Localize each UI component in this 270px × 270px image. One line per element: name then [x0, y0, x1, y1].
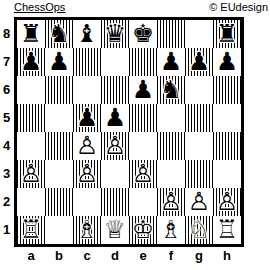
- square-d2[interactable]: [101, 188, 129, 216]
- square-d6[interactable]: [101, 76, 129, 104]
- square-h8[interactable]: ♜: [213, 20, 241, 48]
- square-g1[interactable]: ♘: [185, 216, 213, 244]
- rank-label-5: 5: [0, 104, 13, 132]
- rank-label-3: 3: [0, 160, 13, 188]
- file-label-a: a: [17, 248, 45, 264]
- square-e6[interactable]: ♟: [129, 76, 157, 104]
- rank-label-8: 8: [0, 20, 13, 48]
- piece-white-bishop: ♗: [76, 216, 98, 244]
- piece-black-queen: ♛: [104, 20, 126, 48]
- square-c6[interactable]: [73, 76, 101, 104]
- rank-label-6: 6: [0, 76, 13, 104]
- piece-black-pawn: ♟: [76, 104, 98, 132]
- piece-black-rook: ♜: [20, 20, 42, 48]
- square-c5[interactable]: ♟: [73, 104, 101, 132]
- piece-white-queen: ♕: [104, 216, 126, 244]
- square-h6[interactable]: [213, 76, 241, 104]
- piece-white-bishop: ♗: [160, 216, 182, 244]
- file-label-e: e: [129, 248, 157, 264]
- square-f7[interactable]: ♟: [157, 48, 185, 76]
- piece-black-pawn: ♟: [188, 48, 210, 76]
- piece-black-pawn: ♟: [132, 76, 154, 104]
- piece-black-king: ♚: [132, 20, 154, 48]
- piece-white-king: ♔: [132, 216, 154, 244]
- square-g8[interactable]: [185, 20, 213, 48]
- square-h7[interactable]: ♟: [213, 48, 241, 76]
- piece-black-knight: ♞: [48, 20, 70, 48]
- piece-black-pawn: ♟: [104, 104, 126, 132]
- square-c1[interactable]: ♗: [73, 216, 101, 244]
- square-b6[interactable]: [45, 76, 73, 104]
- piece-black-knight: ♞: [160, 76, 182, 104]
- square-h2[interactable]: ♙: [213, 188, 241, 216]
- piece-black-pawn: ♟: [20, 48, 42, 76]
- square-d5[interactable]: ♟: [101, 104, 129, 132]
- square-e8[interactable]: ♚: [129, 20, 157, 48]
- square-g5[interactable]: [185, 104, 213, 132]
- file-label-f: f: [157, 248, 185, 264]
- piece-white-pawn: ♙: [104, 132, 126, 160]
- square-a8[interactable]: ♜: [17, 20, 45, 48]
- square-a3[interactable]: ♙: [17, 160, 45, 188]
- piece-white-pawn: ♙: [76, 132, 98, 160]
- piece-black-rook: ♜: [216, 20, 238, 48]
- square-f3[interactable]: [157, 160, 185, 188]
- chess-board: ♜♞♝♛♚♜♟♟♟♟♟♟♞♟♟♙♙♙♙♙♙♙♙♖♗♕♔♗♘♖: [14, 17, 244, 247]
- rank-label-2: 2: [0, 188, 13, 216]
- copyright-text: © EUdesign: [209, 1, 268, 13]
- square-g7[interactable]: ♟: [185, 48, 213, 76]
- square-g3[interactable]: [185, 160, 213, 188]
- rank-label-7: 7: [0, 48, 13, 76]
- piece-white-knight: ♘: [188, 216, 210, 244]
- square-d4[interactable]: ♙: [101, 132, 129, 160]
- square-a6[interactable]: [17, 76, 45, 104]
- square-g4[interactable]: [185, 132, 213, 160]
- square-b8[interactable]: ♞: [45, 20, 73, 48]
- square-b2[interactable]: [45, 188, 73, 216]
- square-d8[interactable]: ♛: [101, 20, 129, 48]
- square-e1[interactable]: ♔: [129, 216, 157, 244]
- square-a1[interactable]: ♖: [17, 216, 45, 244]
- square-d7[interactable]: [101, 48, 129, 76]
- square-h4[interactable]: [213, 132, 241, 160]
- square-h3[interactable]: [213, 160, 241, 188]
- piece-white-rook: ♖: [216, 216, 238, 244]
- rank-label-1: 1: [0, 216, 13, 244]
- piece-white-pawn: ♙: [76, 160, 98, 188]
- file-label-h: h: [213, 248, 241, 264]
- file-label-c: c: [73, 248, 101, 264]
- piece-white-pawn: ♙: [188, 188, 210, 216]
- piece-black-pawn: ♟: [160, 48, 182, 76]
- square-e4[interactable]: [129, 132, 157, 160]
- file-label-g: g: [185, 248, 213, 264]
- square-f2[interactable]: ♙: [157, 188, 185, 216]
- app-title: ChessOps: [14, 1, 65, 13]
- square-e2[interactable]: [129, 188, 157, 216]
- square-h5[interactable]: [213, 104, 241, 132]
- square-c4[interactable]: ♙: [73, 132, 101, 160]
- square-c8[interactable]: ♝: [73, 20, 101, 48]
- piece-white-pawn: ♙: [216, 188, 238, 216]
- square-b7[interactable]: ♟: [45, 48, 73, 76]
- square-a7[interactable]: ♟: [17, 48, 45, 76]
- square-d1[interactable]: ♕: [101, 216, 129, 244]
- square-b1[interactable]: [45, 216, 73, 244]
- square-f8[interactable]: [157, 20, 185, 48]
- piece-black-pawn: ♟: [48, 48, 70, 76]
- file-label-b: b: [45, 248, 73, 264]
- square-f1[interactable]: ♗: [157, 216, 185, 244]
- piece-white-pawn: ♙: [132, 160, 154, 188]
- square-d3[interactable]: [101, 160, 129, 188]
- square-g2[interactable]: ♙: [185, 188, 213, 216]
- square-e7[interactable]: [129, 48, 157, 76]
- piece-white-rook: ♖: [20, 216, 42, 244]
- square-f5[interactable]: [157, 104, 185, 132]
- square-a4[interactable]: [17, 132, 45, 160]
- square-c2[interactable]: [73, 188, 101, 216]
- square-e3[interactable]: ♙: [129, 160, 157, 188]
- square-c3[interactable]: ♙: [73, 160, 101, 188]
- piece-white-pawn: ♙: [160, 188, 182, 216]
- piece-black-bishop: ♝: [76, 20, 98, 48]
- square-c7[interactable]: [73, 48, 101, 76]
- square-f6[interactable]: ♞: [157, 76, 185, 104]
- square-b3[interactable]: [45, 160, 73, 188]
- square-a5[interactable]: [17, 104, 45, 132]
- piece-black-pawn: ♟: [216, 48, 238, 76]
- square-b4[interactable]: [45, 132, 73, 160]
- square-a2[interactable]: [17, 188, 45, 216]
- square-g6[interactable]: [185, 76, 213, 104]
- file-label-d: d: [101, 248, 129, 264]
- square-e5[interactable]: [129, 104, 157, 132]
- square-h1[interactable]: ♖: [213, 216, 241, 244]
- square-f4[interactable]: [157, 132, 185, 160]
- piece-white-pawn: ♙: [20, 160, 42, 188]
- rank-label-4: 4: [0, 132, 13, 160]
- square-b5[interactable]: [45, 104, 73, 132]
